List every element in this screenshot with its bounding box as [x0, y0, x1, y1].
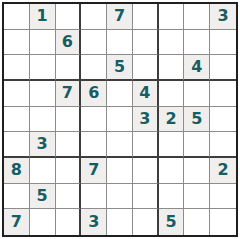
sudoku-cell-r7c5[interactable]: [107, 158, 133, 184]
sudoku-cell-r6c8[interactable]: [184, 132, 210, 158]
sudoku-cell-r9c1: 7: [4, 209, 30, 235]
sudoku-board: 17365476432538725735: [2, 2, 238, 237]
sudoku-cell-r6c7[interactable]: [159, 132, 185, 158]
sudoku-cell-r5c2[interactable]: [30, 107, 56, 133]
sudoku-cell-r5c3[interactable]: [56, 107, 82, 133]
sudoku-cell-r4c9[interactable]: [210, 81, 236, 107]
sudoku-cell-r2c1[interactable]: [4, 30, 30, 56]
sudoku-cell-r5c6: 3: [133, 107, 159, 133]
sudoku-cell-r1c6[interactable]: [133, 4, 159, 30]
sudoku-cell-r9c3[interactable]: [56, 209, 82, 235]
sudoku-cell-r5c7: 2: [159, 107, 185, 133]
sudoku-cell-r6c9[interactable]: [210, 132, 236, 158]
sudoku-cell-r7c9: 2: [210, 158, 236, 184]
sudoku-cell-r8c7[interactable]: [159, 184, 185, 210]
sudoku-cell-r9c2[interactable]: [30, 209, 56, 235]
sudoku-cell-r2c6[interactable]: [133, 30, 159, 56]
sudoku-cell-r4c5[interactable]: [107, 81, 133, 107]
sudoku-cell-r3c5: 5: [107, 55, 133, 81]
sudoku-cell-r9c6[interactable]: [133, 209, 159, 235]
sudoku-cell-r4c4: 6: [81, 81, 107, 107]
sudoku-cell-r4c2[interactable]: [30, 81, 56, 107]
sudoku-cell-r1c5: 7: [107, 4, 133, 30]
sudoku-cell-r5c1[interactable]: [4, 107, 30, 133]
sudoku-cell-r3c8: 4: [184, 55, 210, 81]
sudoku-cell-r9c8[interactable]: [184, 209, 210, 235]
sudoku-cell-r9c5[interactable]: [107, 209, 133, 235]
sudoku-cell-r1c7[interactable]: [159, 4, 185, 30]
sudoku-cell-r3c7[interactable]: [159, 55, 185, 81]
sudoku-cell-r3c2[interactable]: [30, 55, 56, 81]
sudoku-cell-r4c8[interactable]: [184, 81, 210, 107]
sudoku-cell-r7c3[interactable]: [56, 158, 82, 184]
sudoku-cell-r6c3[interactable]: [56, 132, 82, 158]
sudoku-cell-r1c4[interactable]: [81, 4, 107, 30]
sudoku-cell-r8c1[interactable]: [4, 184, 30, 210]
sudoku-app: 17365476432538725735: [0, 0, 240, 239]
sudoku-cell-r5c8: 5: [184, 107, 210, 133]
sudoku-cell-r5c5[interactable]: [107, 107, 133, 133]
sudoku-cell-r9c4: 3: [81, 209, 107, 235]
sudoku-cell-r8c3[interactable]: [56, 184, 82, 210]
sudoku-cell-r2c3: 6: [56, 30, 82, 56]
sudoku-cell-r9c9[interactable]: [210, 209, 236, 235]
sudoku-cell-r2c9[interactable]: [210, 30, 236, 56]
sudoku-cell-r6c6[interactable]: [133, 132, 159, 158]
sudoku-cell-r3c4[interactable]: [81, 55, 107, 81]
sudoku-cell-r4c1[interactable]: [4, 81, 30, 107]
sudoku-cell-r8c9[interactable]: [210, 184, 236, 210]
sudoku-cell-r7c1: 8: [4, 158, 30, 184]
sudoku-cell-r6c4[interactable]: [81, 132, 107, 158]
sudoku-cell-r2c8[interactable]: [184, 30, 210, 56]
sudoku-cell-r6c2: 3: [30, 132, 56, 158]
sudoku-cell-r7c4: 7: [81, 158, 107, 184]
sudoku-cell-r7c2[interactable]: [30, 158, 56, 184]
sudoku-cell-r9c7: 5: [159, 209, 185, 235]
sudoku-cell-r4c7[interactable]: [159, 81, 185, 107]
sudoku-cell-r2c5[interactable]: [107, 30, 133, 56]
sudoku-cell-r5c4[interactable]: [81, 107, 107, 133]
sudoku-cell-r2c4[interactable]: [81, 30, 107, 56]
sudoku-cell-r5c9[interactable]: [210, 107, 236, 133]
sudoku-cell-r1c1[interactable]: [4, 4, 30, 30]
sudoku-cell-r1c8[interactable]: [184, 4, 210, 30]
sudoku-cell-r4c3: 7: [56, 81, 82, 107]
sudoku-cell-r3c3[interactable]: [56, 55, 82, 81]
sudoku-cell-r2c2[interactable]: [30, 30, 56, 56]
sudoku-cell-r3c1[interactable]: [4, 55, 30, 81]
sudoku-cell-r1c9: 3: [210, 4, 236, 30]
sudoku-cell-r8c8[interactable]: [184, 184, 210, 210]
sudoku-cell-r2c7[interactable]: [159, 30, 185, 56]
sudoku-cell-r8c6[interactable]: [133, 184, 159, 210]
sudoku-cell-r6c1[interactable]: [4, 132, 30, 158]
sudoku-cell-r6c5[interactable]: [107, 132, 133, 158]
sudoku-cell-r1c3[interactable]: [56, 4, 82, 30]
sudoku-cell-r3c9[interactable]: [210, 55, 236, 81]
sudoku-cell-r7c7[interactable]: [159, 158, 185, 184]
sudoku-cell-r1c2: 1: [30, 4, 56, 30]
sudoku-cell-r8c5[interactable]: [107, 184, 133, 210]
sudoku-cell-r3c6[interactable]: [133, 55, 159, 81]
sudoku-cell-r8c4[interactable]: [81, 184, 107, 210]
sudoku-cell-r8c2: 5: [30, 184, 56, 210]
sudoku-cell-r4c6: 4: [133, 81, 159, 107]
sudoku-cell-r7c6[interactable]: [133, 158, 159, 184]
sudoku-cell-r7c8[interactable]: [184, 158, 210, 184]
